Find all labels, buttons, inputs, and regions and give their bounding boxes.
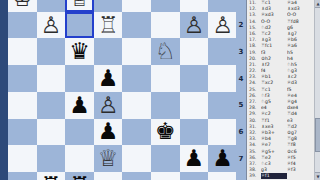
black-rook-f8[interactable]: ♜ xyxy=(69,174,90,180)
white-pawn-b2[interactable]: ♙ xyxy=(184,14,205,37)
rank-label-3: 3 xyxy=(236,48,246,56)
square-h2[interactable] xyxy=(8,12,37,39)
square-g8[interactable]: ♜ xyxy=(37,172,66,180)
square-d5[interactable] xyxy=(122,92,151,119)
square-g3[interactable] xyxy=(37,38,66,65)
square-d6[interactable] xyxy=(122,119,151,146)
square-b2[interactable]: ♙ xyxy=(180,12,209,39)
rank-label-6: 6 xyxy=(236,128,246,136)
square-c4[interactable] xyxy=(151,65,180,92)
square-b3[interactable] xyxy=(180,38,209,65)
square-c8[interactable] xyxy=(151,172,180,180)
square-f6[interactable] xyxy=(65,119,94,146)
black-move[interactable] xyxy=(287,173,313,179)
rank-label-5: 5 xyxy=(236,101,246,109)
square-a8[interactable] xyxy=(208,172,237,180)
square-d4[interactable] xyxy=(122,65,151,92)
square-h6[interactable] xyxy=(8,119,37,146)
white-pawn-e5[interactable]: ♙ xyxy=(98,94,119,117)
square-h3[interactable] xyxy=(8,38,37,65)
square-d2[interactable] xyxy=(122,12,151,39)
square-f3[interactable]: ♛ xyxy=(65,38,94,65)
square-e2[interactable]: ♖ xyxy=(94,12,123,39)
white-move[interactable]: ♕f1 xyxy=(261,173,287,179)
square-g5[interactable] xyxy=(37,92,66,119)
square-g1[interactable] xyxy=(37,0,66,12)
chess-board[interactable]: ♔♕♙♖♙♙♛♘♟♟♙♟♚♕♟♟♜♜ xyxy=(8,0,237,180)
white-knight-c3[interactable]: ♘ xyxy=(155,40,176,63)
square-h5[interactable] xyxy=(8,92,37,119)
square-d3[interactable] xyxy=(122,38,151,65)
square-h4[interactable] xyxy=(8,65,37,92)
square-a4[interactable] xyxy=(208,65,237,92)
black-rook-g8[interactable]: ♜ xyxy=(41,174,62,180)
square-e6[interactable]: ♟ xyxy=(94,119,123,146)
square-f8[interactable]: ♜ xyxy=(65,172,94,180)
black-pawn-a7[interactable]: ♟ xyxy=(212,147,233,170)
square-d8[interactable] xyxy=(122,172,151,180)
square-h8[interactable] xyxy=(8,172,37,180)
square-a1[interactable] xyxy=(208,0,237,12)
scroll-up-arrow-icon[interactable]: ▲ xyxy=(315,0,320,8)
square-f4[interactable] xyxy=(65,65,94,92)
square-g2[interactable]: ♙ xyxy=(37,12,66,39)
square-c7[interactable] xyxy=(151,145,180,172)
move-row-39: 39.♕f1 xyxy=(247,173,320,179)
rank-label-strip: 12345678 xyxy=(236,0,246,180)
square-f2[interactable] xyxy=(65,12,94,39)
square-g4[interactable] xyxy=(37,65,66,92)
square-a5[interactable] xyxy=(208,92,237,119)
square-c6[interactable]: ♚ xyxy=(151,119,180,146)
move-number: 39. xyxy=(247,173,261,179)
square-e5[interactable]: ♙ xyxy=(94,92,123,119)
square-c2[interactable] xyxy=(151,12,180,39)
square-a2[interactable]: ♙ xyxy=(208,12,237,39)
square-b4[interactable] xyxy=(180,65,209,92)
square-a3[interactable] xyxy=(208,38,237,65)
square-e3[interactable] xyxy=(94,38,123,65)
move-list-scrollbar[interactable]: ▲ ▼ xyxy=(314,0,320,180)
square-b7[interactable]: ♟ xyxy=(180,145,209,172)
black-pawn-e4[interactable]: ♟ xyxy=(98,67,119,90)
square-e8[interactable] xyxy=(94,172,123,180)
square-a6[interactable] xyxy=(208,119,237,146)
scroll-down-arrow-icon[interactable]: ▼ xyxy=(315,172,320,180)
square-b5[interactable] xyxy=(180,92,209,119)
square-f5[interactable]: ♟ xyxy=(65,92,94,119)
white-king-h1[interactable]: ♔ xyxy=(12,0,33,10)
square-d1[interactable] xyxy=(122,0,151,12)
square-c3[interactable]: ♘ xyxy=(151,38,180,65)
square-f7[interactable] xyxy=(65,145,94,172)
square-d7[interactable] xyxy=(122,145,151,172)
scrollbar-thumb[interactable] xyxy=(315,118,320,152)
white-queen-f1[interactable]: ♕ xyxy=(69,0,90,10)
white-pawn-g2[interactable]: ♙ xyxy=(41,14,62,37)
black-pawn-e6[interactable]: ♟ xyxy=(98,120,119,143)
move-list-panel[interactable]: 11.♖c1♕a412.♗d3♗xd313.♕xd3O-O14.O-O♖fd81… xyxy=(246,0,320,180)
black-king-c6[interactable]: ♚ xyxy=(155,120,176,143)
rank-label-1: 1 xyxy=(236,0,246,2)
square-e1[interactable] xyxy=(94,0,123,12)
square-e4[interactable]: ♟ xyxy=(94,65,123,92)
square-e7[interactable]: ♕ xyxy=(94,145,123,172)
rank-label-2: 2 xyxy=(236,21,246,29)
square-b6[interactable] xyxy=(180,119,209,146)
rank-label-4: 4 xyxy=(236,75,246,83)
white-queen-e7[interactable]: ♕ xyxy=(98,147,119,170)
rank-label-7: 7 xyxy=(236,155,246,163)
black-pawn-f5[interactable]: ♟ xyxy=(69,94,90,117)
square-h1[interactable]: ♔ xyxy=(8,0,37,12)
square-g7[interactable] xyxy=(37,145,66,172)
square-a7[interactable]: ♟ xyxy=(208,145,237,172)
white-pawn-a2[interactable]: ♙ xyxy=(212,14,233,37)
square-b1[interactable] xyxy=(180,0,209,12)
chess-app-window: ♔♕♙♖♙♙♛♘♟♟♙♟♚♕♟♟♜♜ 12345678 11.♖c1♕a412.… xyxy=(0,0,320,180)
square-h7[interactable] xyxy=(8,145,37,172)
black-queen-f3[interactable]: ♛ xyxy=(69,40,90,63)
square-b8[interactable] xyxy=(180,172,209,180)
square-c1[interactable] xyxy=(151,0,180,12)
black-pawn-b7[interactable]: ♟ xyxy=(184,147,205,170)
square-c5[interactable] xyxy=(151,92,180,119)
white-rook-e2[interactable]: ♖ xyxy=(98,14,119,37)
square-g6[interactable] xyxy=(37,119,66,146)
square-f1[interactable]: ♕ xyxy=(65,0,94,12)
